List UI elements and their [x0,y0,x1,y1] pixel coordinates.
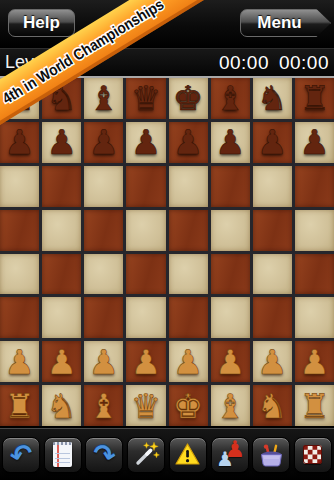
square-h4[interactable] [295,254,334,295]
square-d1[interactable]: ♛ [126,385,165,426]
white-pawn: ♟ [173,345,203,379]
square-g2[interactable]: ♟ [253,341,292,382]
white-pawn: ♟ [299,345,329,379]
square-c6[interactable] [84,166,123,207]
blue-pawn-icon: ♟ [216,449,234,469]
square-f5[interactable] [211,210,250,251]
square-e3[interactable] [169,297,208,338]
chess-pawns-icon: ♟ ♟ [216,441,243,468]
square-d8[interactable]: ♛ [126,78,165,119]
status-bar: Level 00:00 00:00 [0,48,334,78]
square-d6[interactable] [126,166,165,207]
redo-button[interactable]: ↷ [85,437,123,473]
menu-button[interactable]: Menu [240,9,331,37]
square-a7[interactable]: ♟ [0,122,39,163]
square-c7[interactable]: ♟ [84,122,123,163]
redo-arrow-icon: ↷ [91,439,119,470]
square-f1[interactable]: ♝ [211,385,250,426]
square-a8[interactable]: ♜ [0,78,39,119]
square-h3[interactable] [295,297,334,338]
square-e4[interactable] [169,254,208,295]
square-e6[interactable] [169,166,208,207]
square-d3[interactable] [126,297,165,338]
square-c3[interactable] [84,297,123,338]
undo-arrow-icon: ↶ [7,439,35,470]
white-pawn: ♟ [89,345,119,379]
white-clock: 00:00 [219,52,269,74]
checkerboard-icon [303,445,322,464]
tools-button[interactable] [252,437,290,473]
warnings-button[interactable] [169,437,207,473]
black-pawn: ♟ [89,125,119,159]
square-h8[interactable]: ♜ [295,78,334,119]
new-game-button[interactable] [294,437,332,473]
black-pawn: ♟ [173,125,203,159]
square-c2[interactable]: ♟ [84,341,123,382]
white-bishop: ♝ [215,389,245,423]
square-g7[interactable]: ♟ [253,122,292,163]
square-h6[interactable] [295,166,334,207]
black-queen: ♛ [131,81,161,115]
white-rook: ♜ [4,389,34,423]
square-b8[interactable]: ♞ [42,78,81,119]
square-f3[interactable] [211,297,250,338]
square-e2[interactable]: ♟ [169,341,208,382]
two-player-button[interactable]: ♟ ♟ [211,437,249,473]
square-h1[interactable]: ♜ [295,385,334,426]
black-king: ♚ [173,81,203,115]
square-a1[interactable]: ♜ [0,385,39,426]
white-rook: ♜ [299,389,329,423]
black-pawn: ♟ [4,125,34,159]
square-b1[interactable]: ♞ [42,385,81,426]
black-bishop: ♝ [89,81,119,115]
square-a6[interactable] [0,166,39,207]
black-pawn: ♟ [299,125,329,159]
square-g8[interactable]: ♞ [253,78,292,119]
square-c5[interactable] [84,210,123,251]
square-c1[interactable]: ♝ [84,385,123,426]
menu-button-label: Menu [257,13,301,32]
square-b4[interactable] [42,254,81,295]
chess-board: ♜♞♝♛♚♝♞♜♟♟♟♟♟♟♟♟♟♟♟♟♟♟♟♟♜♞♝♛♚♝♞♜ [0,78,334,426]
warning-triangle-icon [174,442,201,467]
undo-button[interactable]: ↶ [2,437,40,473]
square-h2[interactable]: ♟ [295,341,334,382]
notepad-icon [53,442,72,467]
square-f4[interactable] [211,254,250,295]
black-pawn: ♟ [46,125,76,159]
toolbox-icon [258,442,285,468]
square-a3[interactable] [0,297,39,338]
move-list-button[interactable] [44,437,82,473]
square-c4[interactable] [84,254,123,295]
notepad-lines [55,450,70,465]
square-g6[interactable] [253,166,292,207]
square-b3[interactable] [42,297,81,338]
help-button-label: Help [23,13,60,32]
magic-wand-icon [133,441,160,468]
black-bishop: ♝ [215,81,245,115]
white-king: ♚ [173,389,203,423]
square-f7[interactable]: ♟ [211,122,250,163]
chess-app-screen: Help Menu Level 00:00 00:00 ♜♞♝♛♚♝♞♜♟♟♟♟… [0,0,334,480]
square-d7[interactable]: ♟ [126,122,165,163]
square-e8[interactable]: ♚ [169,78,208,119]
hint-button[interactable] [127,437,165,473]
level-label: Level [5,52,48,73]
black-clock: 00:00 [279,52,329,74]
square-h7[interactable]: ♟ [295,122,334,163]
black-knight: ♞ [46,81,76,115]
square-c8[interactable]: ♝ [84,78,123,119]
black-knight: ♞ [257,81,287,115]
black-pawn: ♟ [215,125,245,159]
white-knight: ♞ [257,389,287,423]
white-pawn: ♟ [215,345,245,379]
clocks: 00:00 00:00 [219,52,329,74]
square-g1[interactable]: ♞ [253,385,292,426]
white-pawn: ♟ [4,345,34,379]
square-f2[interactable]: ♟ [211,341,250,382]
white-bishop: ♝ [89,389,119,423]
white-pawn: ♟ [46,345,76,379]
square-d2[interactable]: ♟ [126,341,165,382]
square-f8[interactable]: ♝ [211,78,250,119]
black-rook: ♜ [299,81,329,115]
square-b2[interactable]: ♟ [42,341,81,382]
toolbar: ↶ ↷ ♟ ♟ [0,428,334,480]
square-f6[interactable] [211,166,250,207]
square-g5[interactable] [253,210,292,251]
black-pawn: ♟ [257,125,287,159]
square-d4[interactable] [126,254,165,295]
nav-bar: Help Menu [0,0,334,48]
white-pawn: ♟ [257,345,287,379]
square-b7[interactable]: ♟ [42,122,81,163]
white-queen: ♛ [131,389,161,423]
black-pawn: ♟ [131,125,161,159]
square-e7[interactable]: ♟ [169,122,208,163]
square-a5[interactable] [0,210,39,251]
square-b6[interactable] [42,166,81,207]
square-e1[interactable]: ♚ [169,385,208,426]
help-button[interactable]: Help [8,9,75,37]
square-b5[interactable] [42,210,81,251]
square-h5[interactable] [295,210,334,251]
square-g3[interactable] [253,297,292,338]
square-d5[interactable] [126,210,165,251]
square-e5[interactable] [169,210,208,251]
square-a4[interactable] [0,254,39,295]
white-knight: ♞ [46,389,76,423]
white-pawn: ♟ [131,345,161,379]
black-rook: ♜ [4,81,34,115]
square-a2[interactable]: ♟ [0,341,39,382]
square-g4[interactable] [253,254,292,295]
